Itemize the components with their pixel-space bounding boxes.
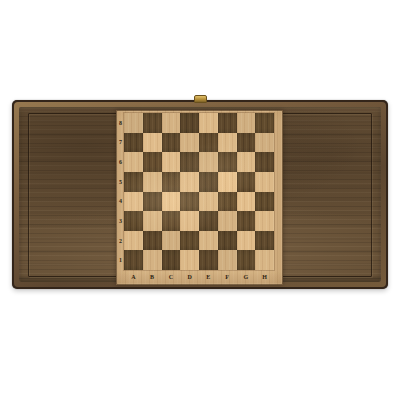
square-b3[interactable] <box>143 211 162 231</box>
file-label-c: C <box>162 271 181 284</box>
square-a4[interactable] <box>124 192 143 212</box>
square-a7[interactable] <box>124 133 143 153</box>
square-e3[interactable] <box>199 211 218 231</box>
square-b6[interactable] <box>143 152 162 172</box>
square-h7[interactable] <box>255 133 274 153</box>
square-b1[interactable] <box>143 250 162 270</box>
square-h3[interactable] <box>255 211 274 231</box>
square-f3[interactable] <box>218 211 237 231</box>
game-box-lid: 87654321 ABCDEFGH <box>12 100 388 289</box>
square-b7[interactable] <box>143 133 162 153</box>
square-g8[interactable] <box>237 113 256 133</box>
square-b8[interactable] <box>143 113 162 133</box>
rank-label-8: 8 <box>117 113 124 133</box>
square-g3[interactable] <box>237 211 256 231</box>
square-f1[interactable] <box>218 250 237 270</box>
rank-label-5: 5 <box>117 172 124 192</box>
square-f6[interactable] <box>218 152 237 172</box>
file-label-b: B <box>143 271 162 284</box>
square-e8[interactable] <box>199 113 218 133</box>
file-label-d: D <box>180 271 199 284</box>
square-d7[interactable] <box>180 133 199 153</box>
rank-label-3: 3 <box>117 211 124 231</box>
square-d2[interactable] <box>180 231 199 251</box>
rank-label-6: 6 <box>117 152 124 172</box>
square-c1[interactable] <box>162 250 181 270</box>
square-d8[interactable] <box>180 113 199 133</box>
square-d1[interactable] <box>180 250 199 270</box>
square-h2[interactable] <box>255 231 274 251</box>
square-d5[interactable] <box>180 172 199 192</box>
square-f7[interactable] <box>218 133 237 153</box>
square-g4[interactable] <box>237 192 256 212</box>
square-b4[interactable] <box>143 192 162 212</box>
square-f8[interactable] <box>218 113 237 133</box>
square-d6[interactable] <box>180 152 199 172</box>
chess-box-photo: 87654321 ABCDEFGH <box>0 0 398 398</box>
square-c8[interactable] <box>162 113 181 133</box>
square-c4[interactable] <box>162 192 181 212</box>
square-h5[interactable] <box>255 172 274 192</box>
square-f5[interactable] <box>218 172 237 192</box>
file-label-g: G <box>237 271 256 284</box>
square-d4[interactable] <box>180 192 199 212</box>
square-c2[interactable] <box>162 231 181 251</box>
square-c6[interactable] <box>162 152 181 172</box>
square-b5[interactable] <box>143 172 162 192</box>
square-e4[interactable] <box>199 192 218 212</box>
file-label-a: A <box>124 271 143 284</box>
square-c7[interactable] <box>162 133 181 153</box>
rank-label-1: 1 <box>117 250 124 270</box>
rank-label-2: 2 <box>117 231 124 251</box>
square-e2[interactable] <box>199 231 218 251</box>
file-label-h: H <box>255 271 274 284</box>
square-e6[interactable] <box>199 152 218 172</box>
square-e5[interactable] <box>199 172 218 192</box>
square-a5[interactable] <box>124 172 143 192</box>
square-a1[interactable] <box>124 250 143 270</box>
chess-board-grid <box>124 113 274 270</box>
rank-label-7: 7 <box>117 133 124 153</box>
file-label-f: F <box>218 271 237 284</box>
square-b2[interactable] <box>143 231 162 251</box>
square-a8[interactable] <box>124 113 143 133</box>
square-g6[interactable] <box>237 152 256 172</box>
square-h8[interactable] <box>255 113 274 133</box>
brass-latch-icon <box>194 95 207 103</box>
square-g7[interactable] <box>237 133 256 153</box>
square-c3[interactable] <box>162 211 181 231</box>
square-g2[interactable] <box>237 231 256 251</box>
file-labels: ABCDEFGH <box>124 271 274 284</box>
square-a2[interactable] <box>124 231 143 251</box>
square-h1[interactable] <box>255 250 274 270</box>
rank-labels: 87654321 <box>117 113 124 270</box>
square-g5[interactable] <box>237 172 256 192</box>
square-e7[interactable] <box>199 133 218 153</box>
square-h4[interactable] <box>255 192 274 212</box>
chessboard-panel: 87654321 ABCDEFGH <box>116 110 283 285</box>
square-f2[interactable] <box>218 231 237 251</box>
square-a6[interactable] <box>124 152 143 172</box>
square-h6[interactable] <box>255 152 274 172</box>
square-e1[interactable] <box>199 250 218 270</box>
square-f4[interactable] <box>218 192 237 212</box>
file-label-e: E <box>199 271 218 284</box>
square-d3[interactable] <box>180 211 199 231</box>
square-c5[interactable] <box>162 172 181 192</box>
square-g1[interactable] <box>237 250 256 270</box>
rank-label-4: 4 <box>117 192 124 212</box>
square-a3[interactable] <box>124 211 143 231</box>
